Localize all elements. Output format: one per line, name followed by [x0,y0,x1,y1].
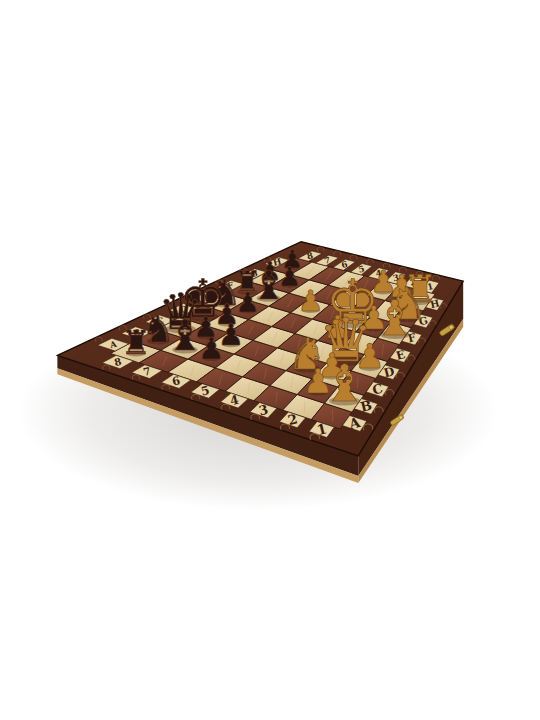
wood-grain-line [304,401,305,413]
black-rook-a8: ♜ [121,323,151,362]
chess-set-photo: ABCDEFGH12345678ABCDEFGH12345678♟♟♟♟♜♟♝♜… [0,0,540,720]
white-bishop-b1: ♝ [322,353,368,413]
chess-board-scene: ABCDEFGH12345678ABCDEFGH12345678♟♟♟♟♜♟♝♜… [0,0,540,720]
black-pawn-b6: ♟ [198,331,225,366]
